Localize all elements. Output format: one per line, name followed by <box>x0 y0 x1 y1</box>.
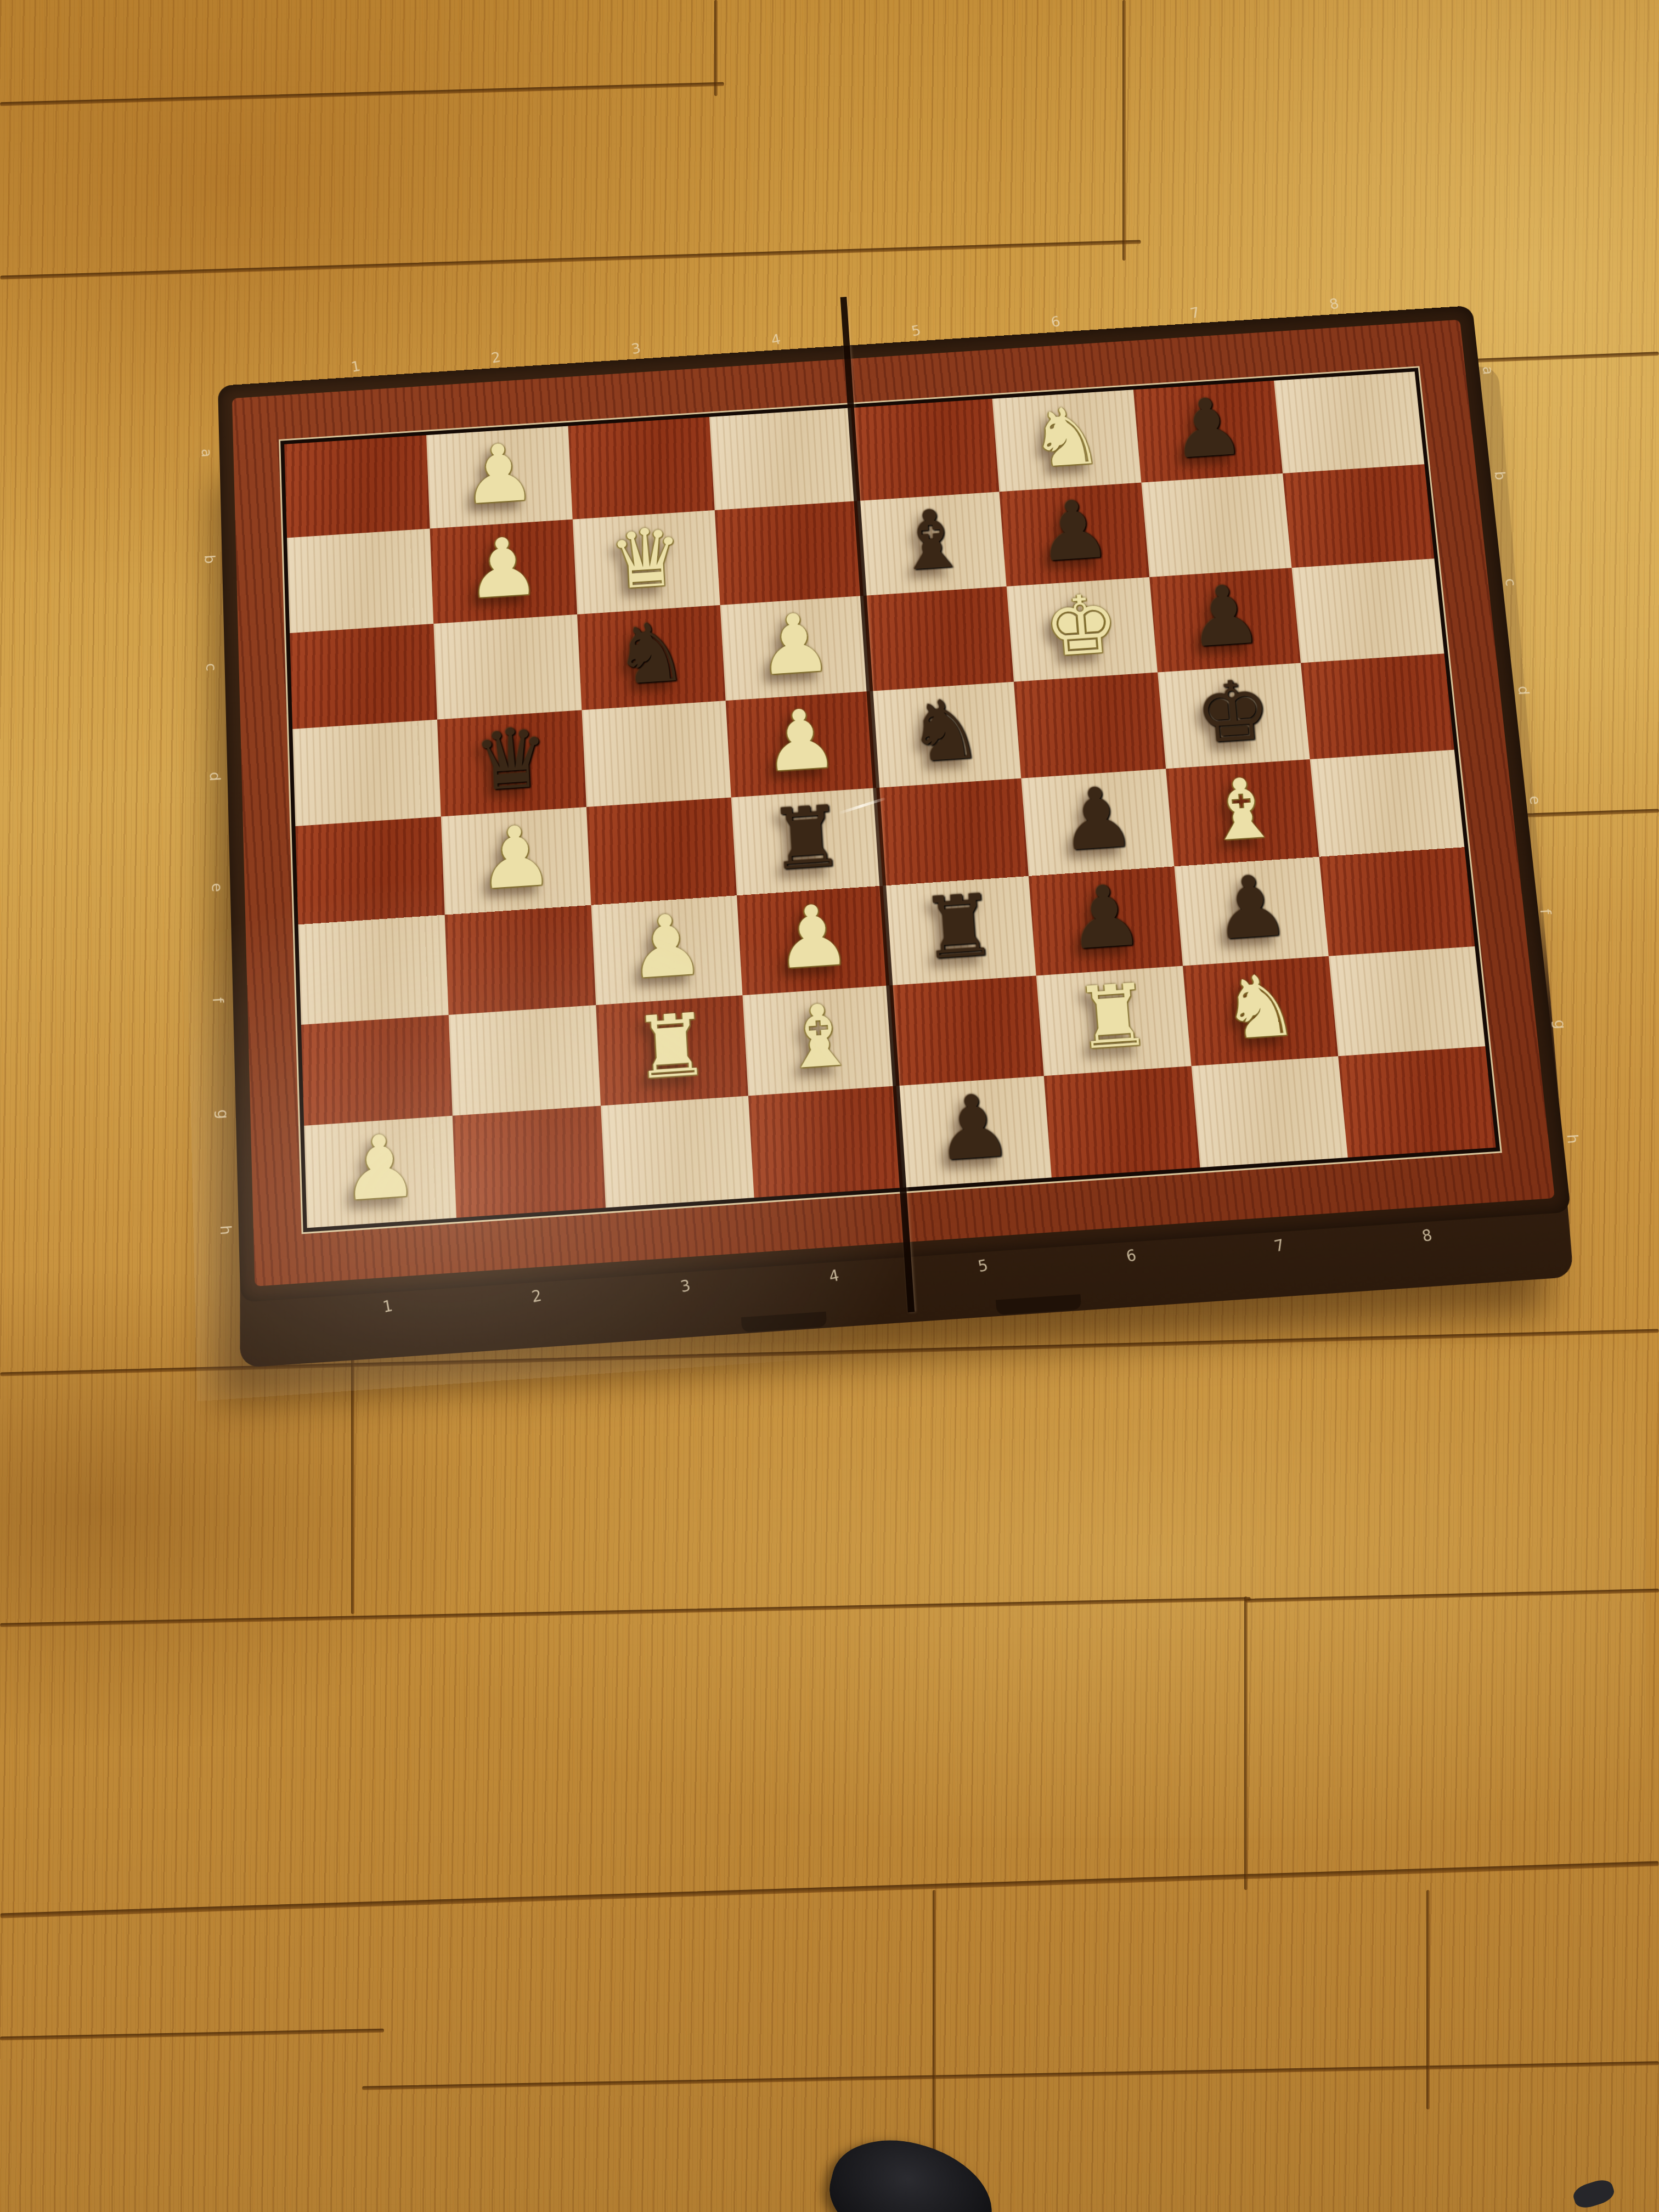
white-pawn-b2[interactable]: ♟ <box>465 526 542 611</box>
square-h8[interactable] <box>1338 1046 1496 1158</box>
file-label-a: a <box>194 448 216 458</box>
square-h4[interactable] <box>748 1086 903 1198</box>
white-pawn-h1[interactable]: ♟ <box>340 1122 420 1215</box>
square-e2[interactable]: ♟ <box>441 807 591 915</box>
file-label-b: b <box>1486 470 1509 481</box>
square-b8[interactable] <box>1283 464 1434 567</box>
square-c3[interactable]: ♞ <box>577 605 726 710</box>
square-g7[interactable]: ♞ <box>1182 956 1338 1066</box>
white-rook-g3[interactable]: ♜ <box>631 1002 712 1092</box>
square-a5[interactable] <box>851 399 999 501</box>
white-bishop-g4[interactable]: ♝ <box>778 992 860 1082</box>
square-d6[interactable] <box>1014 672 1166 778</box>
square-f4[interactable]: ♟ <box>737 886 889 995</box>
square-f5[interactable]: ♜ <box>883 876 1036 985</box>
square-d1[interactable] <box>292 719 441 826</box>
square-c6[interactable]: ♚ <box>1006 577 1157 682</box>
white-knight-a6[interactable]: ♞ <box>1026 396 1105 479</box>
square-c8[interactable] <box>1292 558 1444 663</box>
square-a1[interactable] <box>284 435 430 538</box>
square-e3[interactable] <box>586 798 737 906</box>
square-e4[interactable]: ♜ <box>731 788 883 895</box>
black-queen-d2[interactable]: ♛ <box>472 716 550 804</box>
white-queen-b3[interactable]: ♛ <box>607 517 685 602</box>
square-b5[interactable]: ♝ <box>857 492 1006 596</box>
file-label-e: e <box>204 882 226 893</box>
white-king-c6[interactable]: ♚ <box>1041 583 1121 669</box>
square-h3[interactable] <box>601 1096 754 1207</box>
square-e5[interactable] <box>876 778 1029 886</box>
file-label-d: d <box>1510 685 1532 696</box>
file-label-f: f <box>1532 908 1554 915</box>
white-pawn-e2[interactable]: ♟ <box>476 814 555 902</box>
plank-joint <box>1122 0 1126 261</box>
square-d5[interactable]: ♞ <box>870 681 1021 788</box>
black-knight-d5[interactable]: ♞ <box>905 688 985 775</box>
square-d8[interactable] <box>1301 653 1454 759</box>
chess-board: 12345678 12345678 abcdefgh abcdefgh ♟♞♟♟… <box>218 306 1572 1317</box>
black-king-d7[interactable]: ♚ <box>1193 669 1274 756</box>
square-a8[interactable] <box>1274 371 1424 473</box>
file-label-a: a <box>1475 365 1497 375</box>
square-f6[interactable]: ♟ <box>1029 867 1183 975</box>
rank-label-8: 8 <box>1322 294 1347 314</box>
square-g6[interactable]: ♜ <box>1036 966 1192 1076</box>
black-pawn-f7[interactable]: ♟ <box>1210 864 1293 952</box>
plank-joint <box>351 1351 354 1614</box>
white-bishop-e7[interactable]: ♝ <box>1201 766 1283 854</box>
square-b7[interactable] <box>1141 473 1292 577</box>
square-g2[interactable] <box>448 1005 600 1116</box>
square-e6[interactable]: ♟ <box>1021 769 1174 876</box>
square-a3[interactable] <box>568 417 715 520</box>
square-h7[interactable] <box>1191 1056 1348 1167</box>
square-e1[interactable] <box>295 816 444 924</box>
square-d2[interactable]: ♛ <box>437 710 586 816</box>
white-pawn-f3[interactable]: ♟ <box>627 902 707 991</box>
square-a4[interactable] <box>709 408 857 510</box>
square-b1[interactable] <box>287 529 433 633</box>
square-d3[interactable] <box>582 701 731 807</box>
square-e7[interactable]: ♝ <box>1166 759 1319 867</box>
board-inner-frame: ♟♞♟♟♛♝♟♞♟♚♟♛♟♞♚♟♜♟♝♟♟♜♟♟♜♝♜♞♟♟ <box>280 368 1500 1232</box>
file-label-e: e <box>1521 795 1544 805</box>
floor-highlight-mid <box>439 1344 1646 1838</box>
black-rook-e4[interactable]: ♜ <box>767 794 847 883</box>
square-h2[interactable] <box>453 1105 606 1218</box>
white-pawn-c4[interactable]: ♟ <box>755 602 834 688</box>
square-c5[interactable] <box>864 586 1014 691</box>
black-pawn-b6[interactable]: ♟ <box>1034 489 1114 573</box>
black-rook-f5[interactable]: ♜ <box>918 883 1000 972</box>
square-b4[interactable] <box>715 501 864 605</box>
black-knight-c3[interactable]: ♞ <box>612 611 690 697</box>
square-e8[interactable] <box>1310 750 1465 857</box>
square-b2[interactable]: ♟ <box>430 520 577 624</box>
square-f1[interactable] <box>298 915 449 1025</box>
rank-label-6: 6 <box>1043 312 1068 331</box>
square-h6[interactable] <box>1043 1066 1200 1178</box>
plank-joint <box>1426 1890 1430 2109</box>
square-d7[interactable]: ♚ <box>1158 663 1310 769</box>
square-b3[interactable]: ♛ <box>572 510 720 614</box>
file-label-b: b <box>196 554 218 565</box>
file-label-h: h <box>212 1224 235 1235</box>
square-f8[interactable] <box>1319 847 1475 956</box>
square-a7[interactable]: ♟ <box>1133 381 1283 483</box>
white-knight-g7[interactable]: ♞ <box>1218 962 1302 1052</box>
black-pawn-f6[interactable]: ♟ <box>1064 873 1146 962</box>
square-g8[interactable] <box>1329 946 1485 1056</box>
square-g5[interactable] <box>889 975 1043 1086</box>
plank-joint <box>1244 1596 1248 1890</box>
square-a6[interactable]: ♞ <box>992 390 1141 492</box>
white-pawn-a2[interactable]: ♟ <box>461 432 538 516</box>
file-label-f: f <box>205 996 227 1003</box>
square-c2[interactable] <box>433 614 582 719</box>
file-label-g: g <box>209 1108 232 1119</box>
square-h5[interactable]: ♟ <box>896 1076 1052 1188</box>
square-f3[interactable]: ♟ <box>591 895 743 1005</box>
file-label-g: g <box>1546 1019 1569 1030</box>
square-b6[interactable]: ♟ <box>999 483 1149 586</box>
board-border: 12345678 12345678 abcdefgh abcdefgh ♟♞♟♟… <box>232 320 1555 1286</box>
black-pawn-h5[interactable]: ♟ <box>932 1082 1014 1174</box>
checkerboard: ♟♞♟♟♛♝♟♞♟♚♟♛♟♞♚♟♜♟♝♟♟♜♟♟♜♝♜♞♟♟ <box>284 371 1496 1228</box>
white-pawn-d4[interactable]: ♟ <box>761 697 840 785</box>
square-d4[interactable]: ♟ <box>726 691 876 798</box>
black-pawn-e6[interactable]: ♟ <box>1057 775 1138 863</box>
white-rook-g6[interactable]: ♜ <box>1072 972 1154 1062</box>
board-face: 12345678 12345678 abcdefgh abcdefgh ♟♞♟♟… <box>218 306 1571 1302</box>
plank-joint <box>714 0 718 96</box>
square-f2[interactable] <box>444 905 595 1014</box>
square-g4[interactable]: ♝ <box>743 985 896 1096</box>
square-g3[interactable]: ♜ <box>596 995 748 1106</box>
file-label-c: c <box>198 662 220 672</box>
square-a2[interactable]: ♟ <box>426 426 573 529</box>
file-label-h: h <box>1559 1133 1582 1144</box>
square-c4[interactable]: ♟ <box>720 595 870 700</box>
black-bishop-b5[interactable]: ♝ <box>892 498 971 583</box>
rank-label-8: 8 <box>1414 1224 1441 1246</box>
square-h1[interactable]: ♟ <box>304 1115 456 1228</box>
file-label-d: d <box>201 771 223 782</box>
square-c7[interactable]: ♟ <box>1149 568 1301 673</box>
file-label-c: c <box>1497 578 1520 587</box>
white-pawn-f4[interactable]: ♟ <box>772 893 853 982</box>
square-g1[interactable] <box>301 1014 453 1125</box>
square-f7[interactable]: ♟ <box>1174 857 1329 966</box>
square-c1[interactable] <box>290 623 437 729</box>
black-pawn-a7[interactable]: ♟ <box>1167 387 1248 470</box>
black-pawn-c7[interactable]: ♟ <box>1184 574 1265 659</box>
